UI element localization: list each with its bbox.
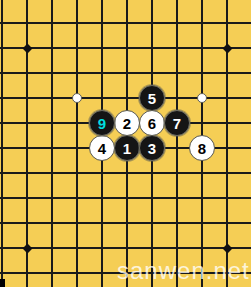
grid-line-horizontal — [0, 72, 251, 74]
go-board-diagram: sanwen.net 123456789 — [0, 0, 251, 287]
stone-number: 3 — [148, 141, 156, 156]
empty-point-circle-marker — [72, 93, 82, 103]
stone-move-5: 5 — [139, 85, 165, 111]
stone-move-8: 8 — [189, 135, 215, 161]
stone-number: 8 — [198, 141, 206, 156]
grid-line-vertical — [1, 0, 3, 287]
stone-number: 1 — [123, 141, 131, 156]
stone-number: 4 — [98, 141, 106, 156]
stone-move-4: 4 — [89, 135, 115, 161]
star-point — [222, 43, 232, 53]
stone-number: 6 — [148, 116, 156, 131]
empty-point-circle-marker — [197, 93, 207, 103]
stone-number: 2 — [123, 116, 131, 131]
stone-move-6: 6 — [139, 110, 165, 136]
star-point — [22, 43, 32, 53]
watermark-text: sanwen.net — [117, 257, 250, 285]
grid-line-horizontal — [0, 47, 251, 49]
stone-number: 7 — [173, 116, 181, 131]
star-point — [22, 243, 32, 253]
stone-move-3: 3 — [139, 135, 165, 161]
grid-line-horizontal — [0, 172, 251, 174]
stone-number: 9 — [98, 116, 106, 131]
stone-move-7: 7 — [164, 110, 190, 136]
grid-line-horizontal — [0, 97, 251, 99]
grid-line-vertical — [76, 0, 78, 287]
grid-line-horizontal — [0, 222, 251, 224]
star-point — [222, 243, 232, 253]
grid-line-vertical — [51, 0, 53, 287]
corner-block — [0, 279, 5, 287]
stone-number: 5 — [148, 91, 156, 106]
grid-line-horizontal — [0, 247, 251, 249]
stone-move-1: 1 — [114, 135, 140, 161]
grid-line-horizontal — [0, 22, 251, 24]
grid-line-horizontal — [0, 197, 251, 199]
stone-move-9: 9 — [89, 110, 115, 136]
stone-move-2: 2 — [114, 110, 140, 136]
grid-line-vertical — [176, 0, 178, 287]
